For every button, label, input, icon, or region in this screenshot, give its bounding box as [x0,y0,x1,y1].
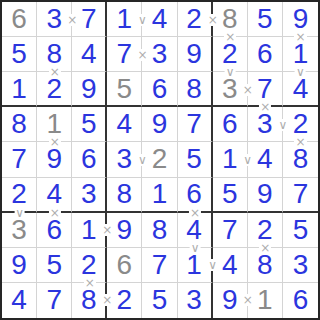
cell-r7c9[interactable]: 5 [283,213,318,248]
cell-r6c9[interactable]: 7 [283,178,318,213]
cell-r8c3[interactable]: 2 [72,248,107,283]
cell-r2c9[interactable]: 1 [283,37,318,72]
cell-r3c2[interactable]: 2 [37,72,72,107]
cell-r5c7[interactable]: 1 [213,142,248,177]
cell-r4c2[interactable]: 1 [37,107,72,142]
cell-r2c6[interactable]: 9 [178,37,213,72]
cell-r1c1[interactable]: 6 [2,2,37,37]
cell-r9c4[interactable]: 2 [107,283,142,318]
cell-r6c1[interactable]: 2 [2,178,37,213]
cell-r1c5[interactable]: 4 [142,2,177,37]
cell-r4c4[interactable]: 4 [107,107,142,142]
cell-r7c8[interactable]: 2 [248,213,283,248]
cell-r9c5[interactable]: 5 [142,283,177,318]
cell-r3c6[interactable]: 8 [178,72,213,107]
cell-r3c4[interactable]: 5 [107,72,142,107]
cell-r2c8[interactable]: 6 [248,37,283,72]
cell-r4c1[interactable]: 8 [2,107,37,142]
cell-r6c6[interactable]: 6 [178,178,213,213]
cell-r7c5[interactable]: 8 [142,213,177,248]
cell-r5c8[interactable]: 4 [248,142,283,177]
cell-r8c9[interactable]: 3 [283,248,318,283]
cell-r8c2[interactable]: 5 [37,248,72,283]
cell-r2c2[interactable]: 8 [37,37,72,72]
cell-r6c4[interactable]: 8 [107,178,142,213]
cell-r7c4[interactable]: 9 [107,213,142,248]
cell-r9c7[interactable]: 9 [213,283,248,318]
cell-r9c8[interactable]: 1 [248,283,283,318]
cell-r6c5[interactable]: 1 [142,178,177,213]
cell-r7c1[interactable]: 3 [2,213,37,248]
cell-r6c7[interactable]: 5 [213,178,248,213]
cell-r3c7[interactable]: 3 [213,72,248,107]
cell-r7c3[interactable]: 1 [72,213,107,248]
cell-r2c1[interactable]: 5 [2,37,37,72]
cell-r7c7[interactable]: 7 [213,213,248,248]
cell-r8c5[interactable]: 7 [142,248,177,283]
cell-r2c5[interactable]: 3 [142,37,177,72]
cell-r5c1[interactable]: 7 [2,142,37,177]
cell-r9c9[interactable]: 6 [283,283,318,318]
cell-r4c5[interactable]: 9 [142,107,177,142]
cell-r8c7[interactable]: 4 [213,248,248,283]
cell-r8c8[interactable]: 8 [248,248,283,283]
cell-r3c9[interactable]: 4 [283,72,318,107]
cell-r9c3[interactable]: 8 [72,283,107,318]
cell-r6c8[interactable]: 9 [248,178,283,213]
cell-r5c4[interactable]: 3 [107,142,142,177]
cell-r7c2[interactable]: 6 [37,213,72,248]
cell-r8c4[interactable]: 6 [107,248,142,283]
cell-r4c7[interactable]: 6 [213,107,248,142]
cell-r1c8[interactable]: 5 [248,2,283,37]
cell-r4c6[interactable]: 7 [178,107,213,142]
cell-r3c8[interactable]: 7 [248,72,283,107]
cell-r5c9[interactable]: 8 [283,142,318,177]
cell-r4c9[interactable]: 2 [283,107,318,142]
cell-r2c4[interactable]: 7 [107,37,142,72]
cell-r1c2[interactable]: 3 [37,2,72,37]
cell-r6c2[interactable]: 4 [37,178,72,213]
cell-r1c9[interactable]: 9 [283,2,318,37]
cell-r1c4[interactable]: 1 [107,2,142,37]
cell-r3c5[interactable]: 6 [142,72,177,107]
cell-r1c6[interactable]: 2 [178,2,213,37]
cell-r9c2[interactable]: 7 [37,283,72,318]
cell-r1c3[interactable]: 7 [72,2,107,37]
cell-r9c6[interactable]: 3 [178,283,213,318]
cell-r2c3[interactable]: 4 [72,37,107,72]
cell-r8c1[interactable]: 9 [2,248,37,283]
cell-r7c6[interactable]: 4 [178,213,213,248]
cell-r9c1[interactable]: 4 [2,283,37,318]
cell-r2c7[interactable]: 2 [213,37,248,72]
cell-r3c3[interactable]: 9 [72,72,107,107]
cell-r5c5[interactable]: 2 [142,142,177,177]
cell-r8c6[interactable]: 1 [178,248,213,283]
cell-r4c3[interactable]: 5 [72,107,107,142]
sudoku-board: 6371428595847392611295683748154976327963… [0,0,320,320]
cell-r5c6[interactable]: 5 [178,142,213,177]
cell-r6c3[interactable]: 3 [72,178,107,213]
cell-r5c3[interactable]: 6 [72,142,107,177]
cell-r4c8[interactable]: 3 [248,107,283,142]
cell-r5c2[interactable]: 9 [37,142,72,177]
cell-r1c7[interactable]: 8 [213,2,248,37]
cell-r3c1[interactable]: 1 [2,72,37,107]
sudoku-grid: 6371428595847392611295683748154976327963… [2,2,318,318]
